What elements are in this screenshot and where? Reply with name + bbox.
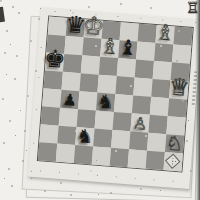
square-f7: [136, 42, 155, 61]
square-b3: [59, 108, 78, 127]
square-e4: [114, 94, 133, 113]
square-e7: ♝: [118, 40, 137, 59]
square-e5: [115, 76, 134, 95]
square-h5: ♕: [169, 80, 188, 99]
maker-crest: [165, 153, 181, 169]
square-g5: [151, 79, 170, 98]
square-g7: [154, 43, 173, 62]
square-a1: [38, 142, 57, 161]
square-e2: [111, 130, 130, 149]
dust-speckles-light: [0, 0, 2, 2]
chessboard-photo: ♛♔♗♗♝♚♕♟♞♙♞♘ ♖: [0, 0, 200, 200]
square-f8: [137, 24, 156, 43]
square-f6: [135, 60, 154, 79]
square-f4: [132, 95, 151, 114]
square-c5: [79, 73, 98, 92]
square-g6: [153, 61, 172, 80]
square-d8: [102, 21, 121, 40]
square-g1: [146, 151, 165, 170]
white-knight-h2: ♘: [165, 133, 183, 153]
square-a5: [44, 70, 63, 89]
square-a6: ♚: [45, 52, 64, 71]
black-pawn-b4: ♟: [62, 92, 78, 109]
square-a4: [42, 88, 61, 107]
chess-board: ♛♔♗♗♝♚♕♟♞♙♞♘: [37, 16, 194, 173]
dust-speckles-dark-small: [0, 0, 2, 2]
square-b4: ♟: [60, 90, 79, 109]
square-a2: [39, 124, 58, 143]
square-e1: [110, 148, 129, 167]
margin-ticks-left: [41, 47, 42, 48]
square-h2: ♘: [165, 134, 184, 153]
square-e8: [120, 22, 139, 41]
square-b1: [56, 144, 75, 163]
square-c3: [77, 109, 96, 128]
square-f5: [133, 77, 152, 96]
square-a7: [46, 35, 65, 54]
square-h4: [168, 98, 187, 117]
square-d2: [93, 128, 112, 147]
square-f1: [128, 149, 147, 168]
square-d7: ♗: [100, 39, 119, 58]
margin-ticks-bottom: [40, 170, 41, 171]
square-h6: [171, 62, 190, 81]
square-g8: ♗: [155, 25, 174, 44]
photo-left-edge-mark: [0, 7, 5, 23]
square-c1: [74, 145, 93, 164]
square-c2: ♞: [75, 127, 94, 146]
photo-right-edge-shadow: [195, 0, 200, 200]
square-f3: ♙: [130, 113, 149, 132]
dust-speckles-dark-tiny: [0, 0, 1, 1]
square-e6: [117, 58, 136, 77]
square-f2: [129, 131, 148, 150]
black-bishop-e7: ♝: [118, 37, 138, 59]
square-b8: ♛: [66, 18, 85, 37]
white-pawn-f3: ♙: [132, 116, 148, 133]
square-d6: [99, 57, 118, 76]
black-knight-c2: ♞: [76, 126, 94, 146]
square-b7: [64, 36, 83, 55]
square-d1: [92, 146, 111, 165]
square-d5: [97, 75, 116, 94]
square-a8: [48, 17, 67, 36]
square-g2: [147, 133, 166, 152]
white-bishop-g8: ♗: [155, 22, 175, 44]
square-h8: [173, 26, 192, 45]
square-g3: [148, 115, 167, 134]
square-h7: [172, 44, 191, 63]
square-a3: [41, 106, 60, 125]
square-b6: [63, 54, 82, 73]
square-c6: [81, 55, 100, 74]
square-c8: ♔: [84, 19, 103, 38]
black-knight-d4: ♞: [96, 92, 114, 112]
square-d3: [95, 111, 114, 130]
square-b5: [61, 72, 80, 91]
square-h1: [163, 152, 182, 171]
square-b2: [57, 126, 76, 145]
square-c4: [78, 91, 97, 110]
square-d4: ♞: [96, 93, 115, 112]
board-sheet: ♛♔♗♗♝♚♕♟♞♙♞♘: [28, 7, 200, 189]
square-c7: [82, 37, 101, 56]
square-e3: [112, 112, 131, 131]
square-g4: [150, 97, 169, 116]
margin-ticks-top: [55, 11, 56, 12]
white-bishop-d7: ♗: [100, 36, 120, 58]
square-h3: [166, 116, 185, 135]
